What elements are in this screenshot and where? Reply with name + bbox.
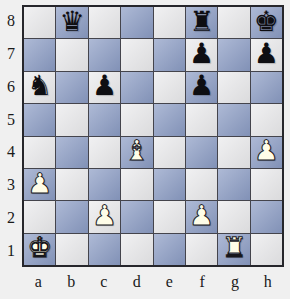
square-f6[interactable]: ♟ <box>186 72 217 103</box>
square-e5[interactable] <box>154 104 185 135</box>
square-e8[interactable] <box>154 7 185 38</box>
square-h4[interactable]: ♟ <box>251 137 282 168</box>
square-g5[interactable] <box>218 104 249 135</box>
square-h7[interactable]: ♟ <box>251 39 282 70</box>
rank-labels: 87654321 <box>0 5 22 267</box>
square-d4[interactable]: ♝ <box>121 137 152 168</box>
square-g2[interactable] <box>218 201 249 232</box>
white-pawn: ♟ <box>189 202 214 230</box>
square-d3[interactable] <box>121 169 152 200</box>
square-a6[interactable]: ♞ <box>24 72 55 103</box>
square-f4[interactable] <box>186 137 217 168</box>
black-pawn: ♟ <box>254 40 279 68</box>
square-b7[interactable] <box>56 39 87 70</box>
square-c6[interactable]: ♟ <box>89 72 120 103</box>
square-h3[interactable] <box>251 169 282 200</box>
square-e2[interactable] <box>154 201 185 232</box>
square-c4[interactable] <box>89 137 120 168</box>
square-b8[interactable]: ♛ <box>56 7 87 38</box>
file-labels: abcdefgh <box>22 267 284 297</box>
square-e7[interactable] <box>154 39 185 70</box>
white-rook: ♜ <box>221 234 246 262</box>
square-c8[interactable] <box>89 7 120 38</box>
square-d8[interactable] <box>121 7 152 38</box>
white-pawn: ♟ <box>254 137 279 165</box>
square-e6[interactable] <box>154 72 185 103</box>
square-h5[interactable] <box>251 104 282 135</box>
white-pawn: ♟ <box>27 170 52 198</box>
square-f1[interactable] <box>186 234 217 265</box>
black-pawn: ♟ <box>92 72 117 100</box>
white-bishop: ♝ <box>124 137 149 165</box>
black-king: ♚ <box>254 8 279 36</box>
square-a2[interactable] <box>24 201 55 232</box>
file-label-a: a <box>22 267 55 297</box>
white-pawn: ♟ <box>92 202 117 230</box>
chess-board: ♛♜♚♟♟♞♟♟♝♟♟♟♟♚♜ <box>22 5 284 267</box>
rank-label-7: 7 <box>0 38 22 71</box>
square-e1[interactable] <box>154 234 185 265</box>
rank-label-5: 5 <box>0 103 22 136</box>
black-knight: ♞ <box>27 72 52 100</box>
black-pawn: ♟ <box>189 72 214 100</box>
square-g7[interactable] <box>218 39 249 70</box>
file-label-d: d <box>120 267 153 297</box>
square-b1[interactable] <box>56 234 87 265</box>
square-f8[interactable]: ♜ <box>186 7 217 38</box>
square-g6[interactable] <box>218 72 249 103</box>
black-pawn: ♟ <box>189 40 214 68</box>
square-c2[interactable]: ♟ <box>89 201 120 232</box>
rank-label-2: 2 <box>0 202 22 235</box>
file-label-b: b <box>55 267 88 297</box>
square-f7[interactable]: ♟ <box>186 39 217 70</box>
square-h6[interactable] <box>251 72 282 103</box>
square-d5[interactable] <box>121 104 152 135</box>
square-e3[interactable] <box>154 169 185 200</box>
square-h2[interactable] <box>251 201 282 232</box>
square-g8[interactable] <box>218 7 249 38</box>
square-g3[interactable] <box>218 169 249 200</box>
square-e4[interactable] <box>154 137 185 168</box>
square-a4[interactable] <box>24 137 55 168</box>
square-c3[interactable] <box>89 169 120 200</box>
file-label-f: f <box>186 267 219 297</box>
square-f3[interactable] <box>186 169 217 200</box>
chess-diagram: 87654321 ♛♜♚♟♟♞♟♟♝♟♟♟♟♚♜ abcdefgh <box>0 0 290 299</box>
square-b3[interactable] <box>56 169 87 200</box>
file-label-e: e <box>153 267 186 297</box>
file-label-c: c <box>88 267 121 297</box>
square-a8[interactable] <box>24 7 55 38</box>
square-f5[interactable] <box>186 104 217 135</box>
black-queen: ♛ <box>60 8 85 36</box>
rank-label-6: 6 <box>0 71 22 104</box>
square-f2[interactable]: ♟ <box>186 201 217 232</box>
square-h8[interactable]: ♚ <box>251 7 282 38</box>
rank-label-3: 3 <box>0 169 22 202</box>
square-h1[interactable] <box>251 234 282 265</box>
rank-label-1: 1 <box>0 234 22 267</box>
file-label-h: h <box>251 267 284 297</box>
rank-label-4: 4 <box>0 136 22 169</box>
square-g1[interactable]: ♜ <box>218 234 249 265</box>
black-rook: ♜ <box>189 8 214 36</box>
file-label-g: g <box>219 267 252 297</box>
square-d6[interactable] <box>121 72 152 103</box>
square-b2[interactable] <box>56 201 87 232</box>
square-a5[interactable] <box>24 104 55 135</box>
square-c1[interactable] <box>89 234 120 265</box>
square-d1[interactable] <box>121 234 152 265</box>
square-g4[interactable] <box>218 137 249 168</box>
square-b5[interactable] <box>56 104 87 135</box>
square-a7[interactable] <box>24 39 55 70</box>
square-a1[interactable]: ♚ <box>24 234 55 265</box>
square-b4[interactable] <box>56 137 87 168</box>
square-d2[interactable] <box>121 201 152 232</box>
square-d7[interactable] <box>121 39 152 70</box>
rank-label-8: 8 <box>0 5 22 38</box>
square-c7[interactable] <box>89 39 120 70</box>
white-king: ♚ <box>27 234 52 262</box>
square-c5[interactable] <box>89 104 120 135</box>
square-b6[interactable] <box>56 72 87 103</box>
square-a3[interactable]: ♟ <box>24 169 55 200</box>
